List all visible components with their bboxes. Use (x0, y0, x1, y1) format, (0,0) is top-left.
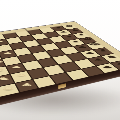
brass-clasp (58, 83, 66, 89)
piece-glyph: ♟ (0, 36, 9, 38)
scene-3d: 12345678 ♜♞♝♛♚♝♞♜♟♟♟♟♟♟♟♟♟♟♟♟♟♟♟♟♜♞♝♛♚♝♞… (0, 0, 120, 120)
piece-glyph: ♟ (0, 46, 16, 48)
piece-glyph: ♟ (0, 41, 12, 43)
chess-set-photo: 12345678 ♜♞♝♛♚♝♞♜♟♟♟♟♟♟♟♟♟♟♟♟♟♟♟♟♜♞♝♛♚♝♞… (0, 0, 120, 120)
chess-board: 12345678 ♜♞♝♛♚♝♞♜♟♟♟♟♟♟♟♟♟♟♟♟♟♟♟♟♜♞♝♛♚♝♞… (0, 21, 120, 107)
